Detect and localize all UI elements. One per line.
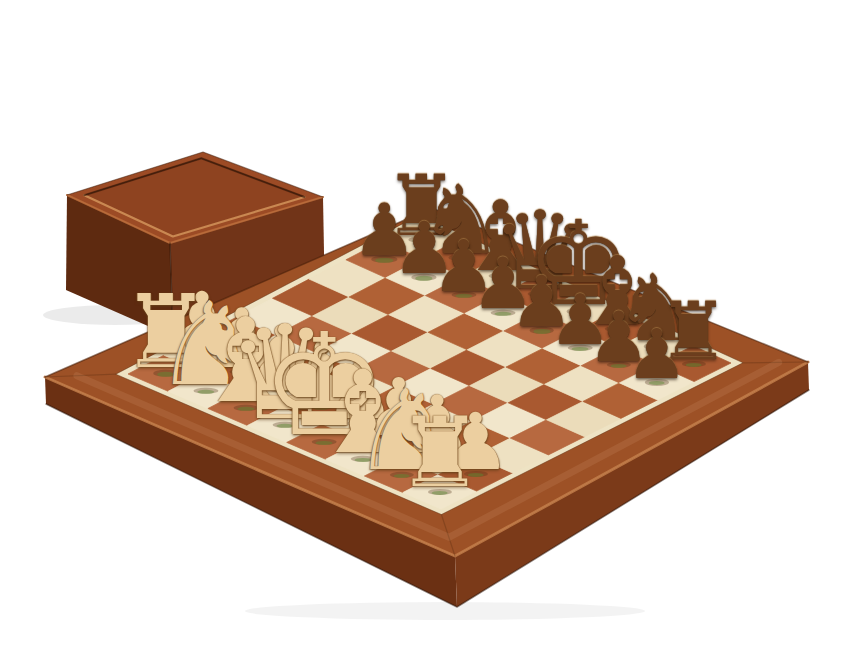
white-rook-glyph: ♜ [396, 405, 483, 502]
chess-set-product-photo: ♜♞♝♛♚♝♞♜♟♟♟♟♟♟♟♟♟♟♟♟♟♟♟♟♜♞♝♛♚♝♞♜ [0, 0, 855, 655]
pieces-layer: ♜♞♝♛♚♝♞♜♟♟♟♟♟♟♟♟♟♟♟♟♟♟♟♟♜♞♝♛♚♝♞♜ [0, 0, 855, 655]
black-pawn-glyph: ♟ [626, 321, 688, 390]
